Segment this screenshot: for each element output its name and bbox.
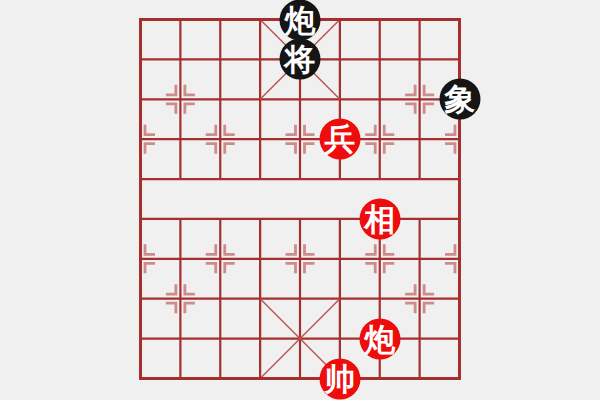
star-point-marker [424,85,434,95]
star-point-marker [225,125,235,135]
star-point-marker [305,244,315,254]
star-point-marker [305,263,315,273]
star-point-marker [445,125,455,135]
star-point-marker [424,303,434,313]
star-point-marker [145,244,155,254]
star-point-marker [166,284,176,294]
star-point-marker [185,85,195,95]
piece-red-elephant[interactable]: 相 [359,198,400,239]
piece-red-general[interactable]: 帅 [319,358,360,399]
star-point-marker [384,263,394,273]
piece-black-cannon[interactable]: 炮 [280,0,321,40]
star-point-marker [305,125,315,135]
star-point-marker [286,244,296,254]
piece-red-soldier[interactable]: 兵 [319,119,360,160]
star-point-marker [206,263,216,273]
star-point-marker [405,303,415,313]
star-point-marker [145,144,155,154]
star-point-marker [145,125,155,135]
star-point-marker [384,144,394,154]
star-point-marker [365,263,375,273]
star-point-marker [286,263,296,273]
xiangqi-board-stage: 炮将象兵相炮帅 [0,0,600,400]
star-point-marker [365,125,375,135]
star-point-marker [206,125,216,135]
star-point-marker [305,144,315,154]
star-point-marker [206,144,216,154]
star-point-marker [145,263,155,273]
star-point-marker [225,144,235,154]
piece-red-cannon[interactable]: 炮 [359,318,400,359]
star-point-marker [405,284,415,294]
star-point-marker [405,104,415,114]
piece-black-general[interactable]: 将 [280,39,321,80]
star-point-marker [424,104,434,114]
star-point-marker [166,85,176,95]
star-point-marker [445,244,455,254]
star-point-marker [384,125,394,135]
star-point-marker [286,125,296,135]
star-point-marker [445,144,455,154]
star-point-marker [206,244,216,254]
piece-black-elephant[interactable]: 象 [439,79,480,120]
star-point-marker [185,104,195,114]
star-point-marker [185,303,195,313]
star-point-marker [384,244,394,254]
star-point-marker [166,303,176,313]
star-point-marker [225,244,235,254]
star-point-marker [225,263,235,273]
star-point-marker [166,104,176,114]
star-point-marker [185,284,195,294]
star-point-marker [424,284,434,294]
star-point-marker [286,144,296,154]
star-point-marker [405,85,415,95]
star-point-marker [365,244,375,254]
star-point-marker [445,263,455,273]
star-point-marker [365,144,375,154]
